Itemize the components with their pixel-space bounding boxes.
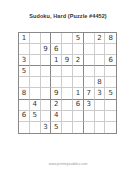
cell-r4c1: 5 — [19, 66, 30, 77]
cell-r3c9: 6 — [105, 55, 116, 66]
cell-r9c7 — [84, 122, 95, 133]
cell-r9c2 — [30, 122, 41, 133]
cell-r5c4 — [51, 77, 62, 88]
cell-r4c3 — [41, 66, 52, 77]
cell-r4c6 — [73, 66, 84, 77]
cell-r2c6 — [73, 44, 84, 55]
cell-r4c2 — [30, 66, 41, 77]
cell-r9c4: 5 — [51, 122, 62, 133]
cell-r6c4: 9 — [51, 88, 62, 99]
cell-r9c9 — [105, 122, 116, 133]
cell-r1c5 — [62, 33, 73, 44]
cell-r5c2 — [30, 77, 41, 88]
cell-r2c3: 9 — [41, 44, 52, 55]
cell-r3c2 — [30, 55, 41, 66]
cell-r2c2 — [30, 44, 41, 55]
cell-r9c6 — [73, 122, 84, 133]
cell-r1c4 — [51, 33, 62, 44]
cell-r4c5 — [62, 66, 73, 77]
cell-r3c6: 2 — [73, 55, 84, 66]
cell-r9c8 — [95, 122, 106, 133]
cell-r7c9 — [105, 100, 116, 111]
cell-r2c9 — [105, 44, 116, 55]
puzzle-title: Sudoku, Hard (Puzzle #4452) — [0, 13, 136, 19]
cell-r1c6: 5 — [73, 33, 84, 44]
cell-r4c4 — [51, 66, 62, 77]
cell-r8c7 — [84, 111, 95, 122]
cell-r7c1 — [19, 100, 30, 111]
sudoku-sheet: Sudoku, Hard (Puzzle #4452) 152896319265… — [0, 0, 136, 176]
cell-r6c9: 5 — [105, 88, 116, 99]
cell-r8c6 — [73, 111, 84, 122]
cell-r8c3 — [41, 111, 52, 122]
cell-r9c3: 3 — [41, 122, 52, 133]
cell-r5c8: 8 — [95, 77, 106, 88]
cell-r1c9: 8 — [105, 33, 116, 44]
cell-r6c5 — [62, 88, 73, 99]
cell-r1c8: 2 — [95, 33, 106, 44]
cell-r7c7: 3 — [84, 100, 95, 111]
cell-r8c4: 4 — [51, 111, 62, 122]
cell-r7c2: 4 — [30, 100, 41, 111]
cell-r8c2: 5 — [30, 111, 41, 122]
cell-r2c5 — [62, 44, 73, 55]
cell-r8c5 — [62, 111, 73, 122]
cell-r7c5 — [62, 100, 73, 111]
cell-r3c3 — [41, 55, 52, 66]
cell-r5c1 — [19, 77, 30, 88]
cell-r6c6: 1 — [73, 88, 84, 99]
cell-r2c1 — [19, 44, 30, 55]
cell-r5c7 — [84, 77, 95, 88]
cell-r6c2 — [30, 88, 41, 99]
sudoku-grid: 1528963192658891735426365435 — [18, 32, 117, 134]
cell-r8c9 — [105, 111, 116, 122]
cell-r7c8 — [95, 100, 106, 111]
cell-r5c5 — [62, 77, 73, 88]
cell-r6c7: 7 — [84, 88, 95, 99]
cell-r8c1: 6 — [19, 111, 30, 122]
cell-r1c1: 1 — [19, 33, 30, 44]
cell-r6c1: 8 — [19, 88, 30, 99]
cell-r3c5: 9 — [62, 55, 73, 66]
cell-r2c7 — [84, 44, 95, 55]
cell-r1c2 — [30, 33, 41, 44]
cell-r7c3 — [41, 100, 52, 111]
cell-r4c9 — [105, 66, 116, 77]
cell-r7c4: 2 — [51, 100, 62, 111]
footer-url: www.printmysudoku.com — [0, 162, 136, 166]
cell-r6c8: 3 — [95, 88, 106, 99]
cell-r3c4: 1 — [51, 55, 62, 66]
cell-r3c7 — [84, 55, 95, 66]
cell-r5c6 — [73, 77, 84, 88]
cell-r4c8 — [95, 66, 106, 77]
cell-r1c7 — [84, 33, 95, 44]
cell-r2c8 — [95, 44, 106, 55]
cell-r9c5 — [62, 122, 73, 133]
cell-r3c1: 3 — [19, 55, 30, 66]
cell-r5c9 — [105, 77, 116, 88]
cell-r1c3 — [41, 33, 52, 44]
cell-r2c4: 6 — [51, 44, 62, 55]
cell-r3c8 — [95, 55, 106, 66]
cell-r8c8 — [95, 111, 106, 122]
cell-r6c3 — [41, 88, 52, 99]
cell-r7c6: 6 — [73, 100, 84, 111]
cell-r9c1 — [19, 122, 30, 133]
cell-r4c7 — [84, 66, 95, 77]
cell-r5c3 — [41, 77, 52, 88]
